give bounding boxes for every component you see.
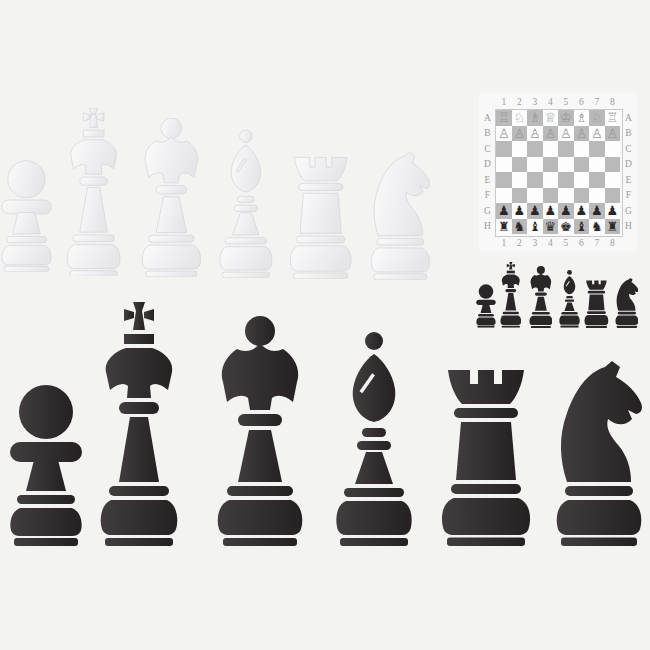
file-label-top-7: 7: [589, 93, 605, 110]
file-label-top-5: 5: [558, 93, 574, 110]
square-A6: ♗: [574, 110, 590, 126]
board-piece-glyph: ♔: [560, 110, 572, 126]
rank-label-right-H: H: [620, 219, 637, 235]
rank-label-left-G: G: [479, 203, 496, 219]
board-piece-glyph: ♟: [575, 203, 587, 219]
square-G5: ♟: [558, 203, 574, 219]
board-corner: [479, 234, 496, 251]
square-A3: ♗: [527, 110, 543, 126]
square-C8: [605, 141, 621, 157]
board-corner: [620, 234, 637, 251]
file-label-bottom-5: 5: [558, 234, 574, 251]
board-piece-glyph: ♟: [591, 203, 603, 219]
square-H7: ♞: [589, 219, 605, 235]
square-D4: [543, 157, 559, 173]
file-label-top-6: 6: [574, 93, 590, 110]
square-D1: [496, 157, 512, 173]
board-piece-glyph: ♘: [591, 110, 603, 126]
square-H6: ♝: [574, 219, 590, 235]
square-B8: ♙: [605, 126, 621, 142]
board-piece-glyph: ♙: [513, 126, 525, 142]
board-piece-glyph: ♙: [575, 126, 587, 142]
black-small-pawn-figure: [476, 284, 496, 328]
rank-label-right-F: F: [620, 188, 637, 204]
square-A5: ♔: [558, 110, 574, 126]
square-D2: [512, 157, 528, 173]
white-queen-figure: [141, 118, 202, 277]
board-piece-glyph: ♟: [606, 203, 618, 219]
rank-label-left-E: E: [479, 172, 496, 188]
file-label-bottom-6: 6: [574, 234, 590, 251]
square-H8: ♜: [605, 219, 621, 235]
file-label-bottom-7: 7: [589, 234, 605, 251]
square-A7: ♘: [589, 110, 605, 126]
black-small-rook-figure: [584, 280, 609, 328]
board-piece-glyph: ♛: [544, 219, 556, 235]
file-label-bottom-3: 3: [527, 234, 543, 251]
board-piece-glyph: ♟: [560, 203, 572, 219]
board-piece-glyph: ♕: [544, 110, 556, 126]
rank-label-left-B: B: [479, 126, 496, 142]
square-H3: ♝: [527, 219, 543, 235]
black-small-queen-figure: [529, 266, 553, 328]
square-C3: [527, 141, 543, 157]
square-A4: ♕: [543, 110, 559, 126]
board-piece-glyph: ♝: [575, 219, 587, 235]
square-G7: ♟: [589, 203, 605, 219]
board-piece-glyph: ♘: [513, 110, 525, 126]
board-diagram: 12345678A♖♘♗♕♔♗♘♖AB♙♙♙♙♙♙♙♙BCCDDEEFFG♟♟♟…: [479, 93, 637, 251]
rank-label-right-A: A: [620, 110, 637, 126]
square-B4: ♙: [543, 126, 559, 142]
white-rook-figure: [289, 156, 352, 279]
square-B3: ♙: [527, 126, 543, 142]
square-B1: ♙: [496, 126, 512, 142]
rank-label-left-D: D: [479, 157, 496, 173]
square-D5: [558, 157, 574, 173]
square-B6: ♙: [574, 126, 590, 142]
file-label-top-1: 1: [496, 93, 512, 110]
square-D3: [527, 157, 543, 173]
chess-art-canvas: 12345678A♖♘♗♕♔♗♘♖AB♙♙♙♙♙♙♙♙BCCDDEEFFG♟♟♟…: [0, 0, 650, 650]
square-C6: [574, 141, 590, 157]
square-A8: ♖: [605, 110, 621, 126]
square-E4: [543, 172, 559, 188]
square-F2: [512, 188, 528, 204]
square-E5: [558, 172, 574, 188]
black-small-king-figure: [500, 262, 522, 328]
square-F3: [527, 188, 543, 204]
rank-label-right-C: C: [620, 141, 637, 157]
black-small-bishop-figure: [559, 270, 580, 328]
square-D7: [589, 157, 605, 173]
board-piece-glyph: ♞: [513, 219, 525, 235]
rank-label-right-E: E: [620, 172, 637, 188]
board-piece-glyph: ♜: [606, 219, 618, 235]
white-pawn-figure: [1, 160, 52, 272]
board-piece-glyph: ♙: [591, 126, 603, 142]
square-F1: [496, 188, 512, 204]
square-G1: ♟: [496, 203, 512, 219]
square-D8: [605, 157, 621, 173]
rank-label-left-H: H: [479, 219, 496, 235]
square-E1: [496, 172, 512, 188]
square-F5: [558, 188, 574, 204]
black-knight-figure: [555, 361, 643, 546]
board-piece-glyph: ♗: [529, 110, 541, 126]
square-C1: [496, 141, 512, 157]
file-label-bottom-8: 8: [605, 234, 621, 251]
square-F6: [574, 188, 590, 204]
square-G4: ♟: [543, 203, 559, 219]
board-piece-glyph: ♟: [529, 203, 541, 219]
square-G3: ♟: [527, 203, 543, 219]
file-label-top-4: 4: [543, 93, 559, 110]
square-H4: ♛: [543, 219, 559, 235]
board-corner: [620, 93, 637, 110]
board-piece-glyph: ♙: [606, 126, 618, 142]
black-rook-figure: [440, 368, 532, 546]
board-piece-glyph: ♟: [498, 203, 510, 219]
rank-label-left-C: C: [479, 141, 496, 157]
board-piece-glyph: ♞: [591, 219, 603, 235]
file-label-bottom-1: 1: [496, 234, 512, 251]
rank-label-right-D: D: [620, 157, 637, 173]
file-label-top-3: 3: [527, 93, 543, 110]
square-E6: [574, 172, 590, 188]
white-bishop-figure: [219, 130, 273, 278]
file-label-top-8: 8: [605, 93, 621, 110]
square-C5: [558, 141, 574, 157]
board-piece-glyph: ♙: [529, 126, 541, 142]
square-E7: [589, 172, 605, 188]
board-piece-glyph: ♝: [529, 219, 541, 235]
white-knight-figure: [370, 152, 431, 280]
square-B7: ♙: [589, 126, 605, 142]
square-C7: [589, 141, 605, 157]
board-piece-glyph: ♖: [498, 110, 510, 126]
square-B2: ♙: [512, 126, 528, 142]
rank-label-right-G: G: [620, 203, 637, 219]
board-piece-glyph: ♗: [575, 110, 587, 126]
square-H1: ♜: [496, 219, 512, 235]
square-A2: ♘: [512, 110, 528, 126]
black-small-knight-figure: [615, 278, 639, 328]
black-king-figure: [99, 302, 179, 546]
board-piece-glyph: ♜: [498, 219, 510, 235]
black-queen-figure: [216, 316, 304, 546]
black-pawn-figure: [9, 384, 83, 546]
square-F8: [605, 188, 621, 204]
square-F4: [543, 188, 559, 204]
board-piece-glyph: ♙: [560, 126, 572, 142]
square-E3: [527, 172, 543, 188]
file-label-bottom-4: 4: [543, 234, 559, 251]
square-G2: ♟: [512, 203, 528, 219]
square-B5: ♙: [558, 126, 574, 142]
file-label-bottom-2: 2: [512, 234, 528, 251]
white-king-figure: [66, 108, 121, 276]
board-piece-glyph: ♖: [606, 110, 618, 126]
board-corner: [479, 93, 496, 110]
rank-label-right-B: B: [620, 126, 637, 142]
board-piece-glyph: ♙: [498, 126, 510, 142]
board-piece-glyph: ♚: [560, 219, 572, 235]
board-piece-glyph: ♟: [544, 203, 556, 219]
square-E2: [512, 172, 528, 188]
board-piece-glyph: ♙: [544, 126, 556, 142]
square-A1: ♖: [496, 110, 512, 126]
rank-label-left-F: F: [479, 188, 496, 204]
square-D6: [574, 157, 590, 173]
file-label-top-2: 2: [512, 93, 528, 110]
square-E8: [605, 172, 621, 188]
square-H5: ♚: [558, 219, 574, 235]
square-H2: ♞: [512, 219, 528, 235]
rank-label-left-A: A: [479, 110, 496, 126]
square-G8: ♟: [605, 203, 621, 219]
board-piece-glyph: ♟: [513, 203, 525, 219]
square-C2: [512, 141, 528, 157]
square-G6: ♟: [574, 203, 590, 219]
square-C4: [543, 141, 559, 157]
black-bishop-figure: [335, 332, 413, 546]
square-F7: [589, 188, 605, 204]
